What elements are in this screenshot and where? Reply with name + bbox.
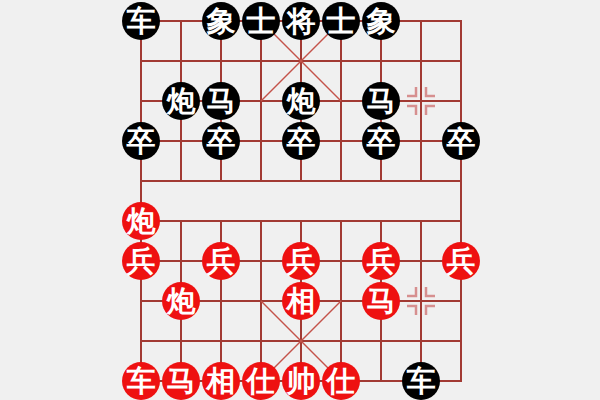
piece-red-advisor[interactable]: 仕 — [242, 362, 280, 400]
piece-black-soldier[interactable]: 卒 — [282, 122, 320, 160]
board-grid: 车象士将士象炮马炮马卒卒卒卒卒车炮兵兵兵兵兵炮相马车马相仕帅仕 — [121, 1, 481, 400]
piece-black-cannon[interactable]: 炮 — [162, 82, 200, 120]
piece-red-soldier[interactable]: 兵 — [122, 242, 160, 280]
piece-black-horse[interactable]: 马 — [362, 82, 400, 120]
piece-red-general[interactable]: 帅 — [282, 362, 320, 400]
piece-red-soldier[interactable]: 兵 — [362, 242, 400, 280]
piece-black-horse[interactable]: 马 — [202, 82, 240, 120]
piece-red-horse[interactable]: 马 — [362, 282, 400, 320]
piece-black-soldier[interactable]: 卒 — [362, 122, 400, 160]
piece-red-elephant[interactable]: 相 — [282, 282, 320, 320]
piece-red-horse[interactable]: 马 — [162, 362, 200, 400]
piece-black-soldier[interactable]: 卒 — [442, 122, 480, 160]
piece-red-soldier[interactable]: 兵 — [282, 242, 320, 280]
piece-red-elephant[interactable]: 相 — [202, 362, 240, 400]
piece-black-elephant[interactable]: 象 — [202, 2, 240, 40]
piece-black-elephant[interactable]: 象 — [362, 2, 400, 40]
piece-black-advisor[interactable]: 士 — [242, 2, 280, 40]
piece-red-cannon[interactable]: 炮 — [162, 282, 200, 320]
piece-black-cannon[interactable]: 炮 — [282, 82, 320, 120]
piece-black-chariot[interactable]: 车 — [402, 362, 440, 400]
piece-red-soldier[interactable]: 兵 — [442, 242, 480, 280]
app-background: 车象士将士象炮马炮马卒卒卒卒卒车炮兵兵兵兵兵炮相马车马相仕帅仕 — [0, 0, 600, 400]
piece-black-soldier[interactable]: 卒 — [122, 122, 160, 160]
piece-black-soldier[interactable]: 卒 — [202, 122, 240, 160]
piece-red-soldier[interactable]: 兵 — [202, 242, 240, 280]
piece-black-chariot[interactable]: 车 — [122, 2, 160, 40]
piece-black-general[interactable]: 将 — [282, 2, 320, 40]
xiangqi-board[interactable]: 车象士将士象炮马炮马卒卒卒卒卒车炮兵兵兵兵兵炮相马车马相仕帅仕 — [121, 1, 481, 400]
piece-black-advisor[interactable]: 士 — [322, 2, 360, 40]
piece-red-advisor[interactable]: 仕 — [322, 362, 360, 400]
piece-red-chariot[interactable]: 车 — [122, 362, 160, 400]
piece-red-cannon[interactable]: 炮 — [122, 202, 160, 240]
